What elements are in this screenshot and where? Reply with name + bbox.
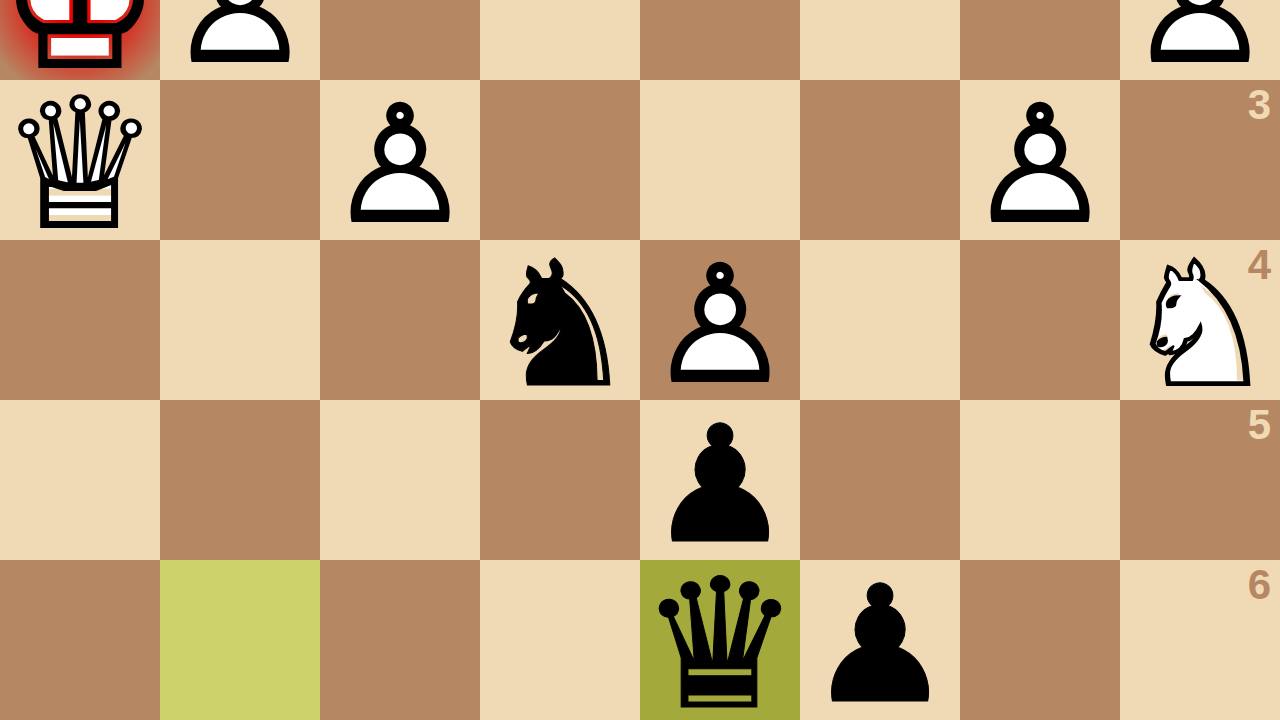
square-e2[interactable] (480, 0, 640, 80)
square-b5[interactable] (960, 400, 1120, 560)
square-d3[interactable] (640, 80, 800, 240)
piece-glyph: ♟ (807, 564, 952, 720)
square-a3[interactable]: 3 (1120, 80, 1280, 240)
square-g6[interactable] (160, 560, 320, 720)
white-pawn-d4[interactable]: ♟♙ (640, 240, 800, 400)
white-queen-h3[interactable]: ♛♕ (0, 80, 160, 240)
square-h6[interactable] (0, 560, 160, 720)
square-e4[interactable]: ♞ (480, 240, 640, 400)
square-c5[interactable] (800, 400, 960, 560)
square-b6[interactable] (960, 560, 1120, 720)
square-b2[interactable] (960, 0, 1120, 80)
square-a5[interactable]: 5 (1120, 400, 1280, 560)
square-c3[interactable] (800, 80, 960, 240)
white-pawn-g2[interactable]: ♟♙ (160, 0, 320, 80)
square-a4[interactable]: 4♞♘ (1120, 240, 1280, 400)
square-e6[interactable] (480, 560, 640, 720)
piece-outline-glyph: ♙ (167, 0, 312, 86)
square-b4[interactable] (960, 240, 1120, 400)
square-d2[interactable] (640, 0, 800, 80)
square-f2[interactable] (320, 0, 480, 80)
piece-outline-glyph: ♙ (967, 84, 1112, 246)
black-knight-e4[interactable]: ♞ (480, 240, 640, 400)
square-b3[interactable]: ♟♙ (960, 80, 1120, 240)
white-pawn-b3[interactable]: ♟♙ (960, 80, 1120, 240)
square-e3[interactable] (480, 80, 640, 240)
piece-glyph: ♛ (639, 555, 800, 720)
square-c4[interactable] (800, 240, 960, 400)
chess-board-viewport: ♚♔♟♙♟♙♛♕♟♙♟♙3♞♟♙4♞♘♟5♛♟6 (0, 0, 1280, 720)
square-d6[interactable]: ♛ (640, 560, 800, 720)
piece-outline-glyph: ♙ (327, 84, 472, 246)
piece-glyph: ♞ (482, 238, 638, 412)
square-h5[interactable] (0, 400, 160, 560)
piece-outline-glyph: ♙ (647, 244, 792, 406)
white-pawn-f3[interactable]: ♟♙ (320, 80, 480, 240)
square-d5[interactable]: ♟ (640, 400, 800, 560)
square-g4[interactable] (160, 240, 320, 400)
chess-board: ♚♔♟♙♟♙♛♕♟♙♟♙3♞♟♙4♞♘♟5♛♟6 (0, 0, 1280, 720)
square-g2[interactable]: ♟♙ (160, 0, 320, 80)
piece-outline-glyph: ♘ (1122, 238, 1278, 412)
square-e5[interactable] (480, 400, 640, 560)
rank-coordinate-3: 3 (1248, 84, 1271, 126)
piece-outline-glyph: ♙ (1127, 0, 1272, 86)
black-queen-d6[interactable]: ♛ (640, 560, 800, 720)
square-f5[interactable] (320, 400, 480, 560)
black-pawn-d5[interactable]: ♟ (640, 400, 800, 560)
white-pawn-a2[interactable]: ♟♙ (1120, 0, 1280, 80)
square-a2[interactable]: ♟♙ (1120, 0, 1280, 80)
square-f6[interactable] (320, 560, 480, 720)
square-g5[interactable] (160, 400, 320, 560)
white-knight-a4[interactable]: ♞♘ (1120, 240, 1280, 400)
square-a6[interactable]: 6 (1120, 560, 1280, 720)
square-g3[interactable] (160, 80, 320, 240)
square-h3[interactable]: ♛♕ (0, 80, 160, 240)
piece-outline-glyph: ♕ (0, 75, 161, 255)
black-pawn-c6[interactable]: ♟ (800, 560, 960, 720)
square-h4[interactable] (0, 240, 160, 400)
square-f4[interactable] (320, 240, 480, 400)
square-c2[interactable] (800, 0, 960, 80)
square-d4[interactable]: ♟♙ (640, 240, 800, 400)
square-f3[interactable]: ♟♙ (320, 80, 480, 240)
rank-coordinate-5: 5 (1248, 404, 1271, 446)
rank-coordinate-6: 6 (1248, 564, 1271, 606)
square-c6[interactable]: ♟ (800, 560, 960, 720)
